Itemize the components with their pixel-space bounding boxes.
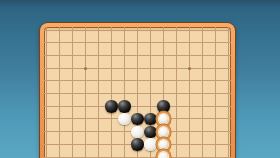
board-cell[interactable]	[118, 27, 131, 37]
board-cell[interactable]	[66, 151, 79, 158]
board-cell[interactable]	[92, 49, 105, 62]
board-cell[interactable]	[196, 151, 209, 158]
board-cell[interactable]	[105, 75, 118, 88]
board-cell[interactable]	[53, 75, 66, 88]
board-cell[interactable]	[209, 100, 222, 113]
board-cell[interactable]	[222, 100, 231, 113]
board-cell[interactable]	[92, 75, 105, 88]
board-cell[interactable]	[118, 62, 131, 75]
board-cell[interactable]	[92, 27, 105, 37]
board-cell[interactable]	[79, 125, 92, 138]
board-cell[interactable]	[66, 27, 79, 37]
board-cell[interactable]	[183, 37, 196, 50]
board-cell[interactable]	[131, 151, 144, 158]
board-cell[interactable]	[222, 37, 231, 50]
board-cell[interactable]	[118, 75, 131, 88]
board-cell[interactable]	[79, 138, 92, 151]
board-cell[interactable]	[157, 27, 170, 37]
board-cell[interactable]	[44, 62, 53, 75]
board-cell[interactable]	[183, 27, 196, 37]
board-cell[interactable]	[222, 125, 231, 138]
board-cell[interactable]	[170, 75, 183, 88]
black-stone	[118, 100, 130, 112]
board-cell[interactable]	[105, 125, 118, 138]
board-cell[interactable]	[196, 49, 209, 62]
board-cell[interactable]	[157, 62, 170, 75]
board-cell[interactable]	[222, 62, 231, 75]
board-cell[interactable]	[209, 125, 222, 138]
black-stone	[157, 100, 169, 112]
board-cell[interactable]	[53, 62, 66, 75]
board-cell[interactable]	[66, 125, 79, 138]
board-cell[interactable]	[118, 37, 131, 50]
board-cell[interactable]	[196, 125, 209, 138]
board-cell[interactable]	[105, 49, 118, 62]
white-stone	[131, 126, 143, 138]
board-cell[interactable]	[118, 151, 131, 158]
board-cell[interactable]	[196, 113, 209, 126]
board-cell[interactable]	[170, 138, 183, 151]
board-cell[interactable]	[131, 100, 144, 113]
board-cell[interactable]	[44, 100, 53, 113]
board-cell[interactable]	[44, 113, 53, 126]
board-cell[interactable]	[79, 100, 92, 113]
white-stone	[144, 138, 156, 150]
board-cell[interactable]	[92, 100, 105, 113]
board-cell[interactable]	[170, 87, 183, 100]
board-cell[interactable]	[44, 125, 53, 138]
board-cell[interactable]	[222, 113, 231, 126]
white-stone-winning	[159, 152, 169, 158]
board-cell[interactable]	[196, 27, 209, 37]
board-cell[interactable]	[183, 151, 196, 158]
board-cell[interactable]	[222, 138, 231, 151]
black-stone	[131, 138, 143, 150]
board-cell[interactable]	[53, 87, 66, 100]
board-cell[interactable]	[105, 138, 118, 151]
board-cell[interactable]	[53, 151, 66, 158]
board-cell[interactable]	[44, 87, 53, 100]
app-background	[0, 0, 280, 158]
board-cell[interactable]	[92, 62, 105, 75]
board-cell[interactable]	[222, 151, 231, 158]
board-cell[interactable]	[209, 62, 222, 75]
board-cell[interactable]	[170, 49, 183, 62]
board-cell[interactable]	[157, 87, 170, 100]
board-cell[interactable]	[170, 27, 183, 37]
board-cell[interactable]	[44, 37, 53, 50]
white-stone	[118, 113, 130, 125]
board-cell[interactable]	[66, 75, 79, 88]
board-cell[interactable]	[53, 125, 66, 138]
board-cell[interactable]	[144, 75, 157, 88]
board-cell[interactable]	[44, 27, 53, 37]
board-cell[interactable]	[170, 37, 183, 50]
board-cell[interactable]	[209, 75, 222, 88]
board-cell[interactable]	[131, 49, 144, 62]
board-cell[interactable]	[105, 87, 118, 100]
board-cell[interactable]	[144, 62, 157, 75]
board-cell[interactable]	[118, 87, 131, 100]
board-cell[interactable]	[66, 87, 79, 100]
board-cell[interactable]	[53, 138, 66, 151]
board-cell[interactable]	[105, 37, 118, 50]
board-cell[interactable]	[92, 113, 105, 126]
board-cell[interactable]	[209, 113, 222, 126]
board-cell[interactable]	[79, 27, 92, 37]
board-cell[interactable]	[170, 113, 183, 126]
board-cell[interactable]	[183, 49, 196, 62]
board-cell[interactable]	[44, 151, 53, 158]
board-cell[interactable]	[183, 113, 196, 126]
board-cell[interactable]	[66, 113, 79, 126]
board-cell[interactable]	[92, 125, 105, 138]
board-cell[interactable]	[79, 151, 92, 158]
board-cell[interactable]	[131, 37, 144, 50]
board-cell[interactable]	[196, 75, 209, 88]
board-cell[interactable]	[131, 87, 144, 100]
board-cell[interactable]	[209, 27, 222, 37]
board-cell[interactable]	[44, 138, 53, 151]
board-cell[interactable]	[79, 37, 92, 50]
board-cell[interactable]	[53, 27, 66, 37]
board-cell[interactable]	[196, 37, 209, 50]
board-cell[interactable]	[131, 75, 144, 88]
board-cell[interactable]	[53, 37, 66, 50]
board-cell[interactable]	[170, 125, 183, 138]
board-cell[interactable]	[44, 75, 53, 88]
board-cell[interactable]	[53, 113, 66, 126]
board-cell[interactable]	[144, 27, 157, 37]
board-face	[44, 27, 231, 158]
black-stone	[144, 126, 156, 138]
board-cell[interactable]	[183, 87, 196, 100]
black-stone	[144, 113, 156, 125]
board-cell[interactable]	[92, 138, 105, 151]
board-cell[interactable]	[144, 151, 157, 158]
board-cell[interactable]	[157, 49, 170, 62]
board-cell[interactable]	[131, 27, 144, 37]
board-cell[interactable]	[183, 100, 196, 113]
board-cell[interactable]	[92, 151, 105, 158]
board-cell[interactable]	[222, 49, 231, 62]
board-cell[interactable]	[183, 75, 196, 88]
board-cell[interactable]	[157, 75, 170, 88]
black-stone	[105, 100, 117, 112]
board-cell[interactable]	[53, 100, 66, 113]
board-cell[interactable]	[66, 37, 79, 50]
board-cell[interactable]	[196, 62, 209, 75]
board-cell[interactable]	[183, 138, 196, 151]
board-cell[interactable]	[92, 87, 105, 100]
gomoku-board[interactable]	[40, 23, 235, 158]
board-cell[interactable]	[222, 87, 231, 100]
board-cell[interactable]	[44, 49, 53, 62]
board-cell[interactable]	[131, 62, 144, 75]
board-cell[interactable]	[170, 100, 183, 113]
board-cell[interactable]	[105, 113, 118, 126]
board-cell[interactable]	[209, 37, 222, 50]
black-stone	[131, 113, 143, 125]
board-cell[interactable]	[144, 87, 157, 100]
board-cell[interactable]	[222, 75, 231, 88]
board-cell[interactable]	[79, 113, 92, 126]
board-cell[interactable]	[144, 100, 157, 113]
board-cell[interactable]	[196, 87, 209, 100]
board-cell[interactable]	[157, 37, 170, 50]
board-cell[interactable]	[66, 49, 79, 62]
white-stone-winning	[159, 127, 169, 137]
board-cell[interactable]	[196, 100, 209, 113]
board-cell[interactable]	[79, 75, 92, 88]
board-cell[interactable]	[222, 27, 231, 37]
board-cell[interactable]	[144, 49, 157, 62]
board-cell[interactable]	[118, 138, 131, 151]
board-cell[interactable]	[66, 138, 79, 151]
board-cell[interactable]	[79, 49, 92, 62]
board-cell[interactable]	[118, 49, 131, 62]
board-cell[interactable]	[170, 151, 183, 158]
board-cell[interactable]	[105, 62, 118, 75]
board-cell[interactable]	[209, 49, 222, 62]
board-cell[interactable]	[105, 27, 118, 37]
board-cell[interactable]	[79, 87, 92, 100]
board-cell[interactable]	[66, 100, 79, 113]
board-cell[interactable]	[170, 62, 183, 75]
board-cell[interactable]	[209, 87, 222, 100]
board-cell[interactable]	[196, 138, 209, 151]
board-cell[interactable]	[66, 62, 79, 75]
board-cell[interactable]	[144, 37, 157, 50]
board-cell[interactable]	[105, 151, 118, 158]
board-cell[interactable]	[118, 125, 131, 138]
board-cell[interactable]	[53, 49, 66, 62]
board-cell[interactable]	[92, 37, 105, 50]
board-cell[interactable]	[209, 151, 222, 158]
board-cell[interactable]	[209, 138, 222, 151]
board-cell[interactable]	[183, 125, 196, 138]
